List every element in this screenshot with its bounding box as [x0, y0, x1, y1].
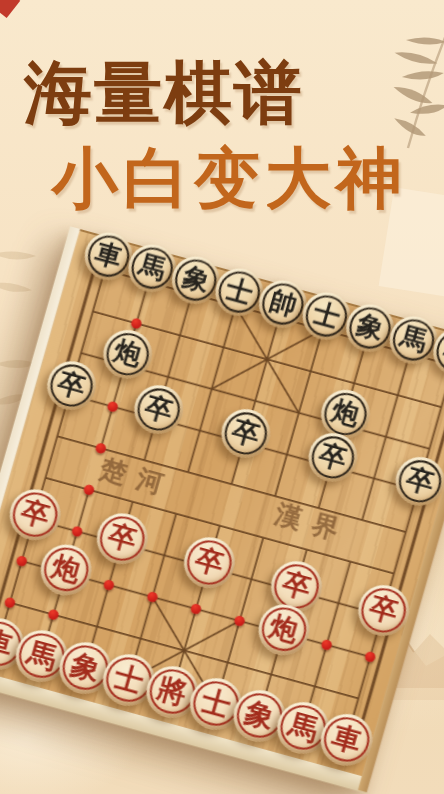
corner-ribbon-decoration	[0, 0, 20, 18]
title-line-1: 海量棋谱	[24, 48, 304, 139]
xiangqi-board[interactable]: 楚河 漢界 車馬象士帥士象馬車炮炮卒卒卒卒卒卒卒卒卒卒炮炮車馬象士將士象馬車	[0, 229, 444, 776]
title-line-2: 小白变大神	[52, 134, 407, 224]
board-wrapper: 楚河 漢界 車馬象士帥士象馬車炮炮卒卒卒卒卒卒卒卒卒卒炮炮車馬象士將士象馬車	[0, 229, 444, 776]
promo-screen: 海量棋谱 小白变大神 楚河 漢界 車馬象士帥士象馬車炮炮卒卒卒卒卒卒卒卒卒卒炮炮…	[0, 0, 444, 794]
